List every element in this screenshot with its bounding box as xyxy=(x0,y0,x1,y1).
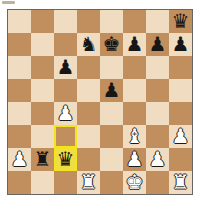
square-a1[interactable] xyxy=(8,171,31,194)
square-e1[interactable] xyxy=(100,171,123,194)
square-h5[interactable] xyxy=(169,79,192,102)
piece-black-queen-h8: ♛ xyxy=(172,10,190,33)
square-f4[interactable] xyxy=(123,102,146,125)
square-b3[interactable] xyxy=(31,125,54,148)
square-e5[interactable]: ♟ xyxy=(100,79,123,102)
square-d5[interactable] xyxy=(77,79,100,102)
piece-white-pawn-f2: ♟ xyxy=(126,148,144,171)
square-b2[interactable]: ♜ xyxy=(31,148,54,171)
square-b5[interactable] xyxy=(31,79,54,102)
square-b8[interactable] xyxy=(31,10,54,33)
piece-white-pawn-c4: ♟ xyxy=(57,102,75,125)
piece-white-pawn-h3: ♟ xyxy=(172,125,190,148)
square-a7[interactable] xyxy=(8,33,31,56)
square-f2[interactable]: ♟ xyxy=(123,148,146,171)
square-h3[interactable]: ♟ xyxy=(169,125,192,148)
piece-black-pawn-e5: ♟ xyxy=(103,79,121,102)
board-frame: ♛♞♚♟♟♟♟♟♟♝♟♟♜♛♟♟♜♚♜ xyxy=(7,9,193,195)
square-f1[interactable]: ♚ xyxy=(123,171,146,194)
square-c3[interactable] xyxy=(54,125,77,148)
piece-white-pawn-a2: ♟ xyxy=(11,148,29,171)
square-f5[interactable] xyxy=(123,79,146,102)
piece-black-pawn-f7: ♟ xyxy=(126,33,144,56)
piece-black-pawn-g7: ♟ xyxy=(149,33,167,56)
square-e6[interactable] xyxy=(100,56,123,79)
square-g2[interactable]: ♟ xyxy=(146,148,169,171)
piece-black-pawn-h7: ♟ xyxy=(172,33,190,56)
square-h6[interactable] xyxy=(169,56,192,79)
piece-black-rook-b2: ♜ xyxy=(34,148,52,171)
square-h2[interactable] xyxy=(169,148,192,171)
square-a3[interactable] xyxy=(8,125,31,148)
square-c8[interactable] xyxy=(54,10,77,33)
square-e7[interactable]: ♚ xyxy=(100,33,123,56)
piece-white-king-f1: ♚ xyxy=(126,171,144,194)
square-a8[interactable] xyxy=(8,10,31,33)
square-c4[interactable]: ♟ xyxy=(54,102,77,125)
square-b1[interactable] xyxy=(31,171,54,194)
square-g3[interactable] xyxy=(146,125,169,148)
square-c7[interactable] xyxy=(54,33,77,56)
square-f7[interactable]: ♟ xyxy=(123,33,146,56)
square-a6[interactable] xyxy=(8,56,31,79)
piece-black-queen-c2: ♛ xyxy=(57,148,75,171)
square-a2[interactable]: ♟ xyxy=(8,148,31,171)
square-f8[interactable] xyxy=(123,10,146,33)
piece-white-pawn-g2: ♟ xyxy=(149,148,167,171)
square-d3[interactable] xyxy=(77,125,100,148)
square-e8[interactable] xyxy=(100,10,123,33)
square-h7[interactable]: ♟ xyxy=(169,33,192,56)
square-c2[interactable]: ♛ xyxy=(54,148,77,171)
square-e2[interactable] xyxy=(100,148,123,171)
square-g6[interactable] xyxy=(146,56,169,79)
piece-white-bishop-f3: ♝ xyxy=(126,125,144,148)
chess-board: ♛♞♚♟♟♟♟♟♟♝♟♟♜♛♟♟♜♚♜ xyxy=(8,10,192,194)
square-a5[interactable] xyxy=(8,79,31,102)
square-d6[interactable] xyxy=(77,56,100,79)
square-e4[interactable] xyxy=(100,102,123,125)
square-d7[interactable]: ♞ xyxy=(77,33,100,56)
square-b7[interactable] xyxy=(31,33,54,56)
piece-white-rook-d1: ♜ xyxy=(80,171,98,194)
square-h8[interactable]: ♛ xyxy=(169,10,192,33)
square-h1[interactable]: ♜ xyxy=(169,171,192,194)
square-g5[interactable] xyxy=(146,79,169,102)
square-c6[interactable]: ♟ xyxy=(54,56,77,79)
square-h4[interactable] xyxy=(169,102,192,125)
square-f6[interactable] xyxy=(123,56,146,79)
square-b4[interactable] xyxy=(31,102,54,125)
piece-black-pawn-c6: ♟ xyxy=(57,56,75,79)
square-g4[interactable] xyxy=(146,102,169,125)
square-g7[interactable]: ♟ xyxy=(146,33,169,56)
square-c5[interactable] xyxy=(54,79,77,102)
square-d1[interactable]: ♜ xyxy=(77,171,100,194)
square-d2[interactable] xyxy=(77,148,100,171)
square-d8[interactable] xyxy=(77,10,100,33)
piece-black-king-e7: ♚ xyxy=(103,33,121,56)
square-f3[interactable]: ♝ xyxy=(123,125,146,148)
chess-diagram-page: ♛♞♚♟♟♟♟♟♟♝♟♟♜♛♟♟♜♚♜ xyxy=(0,0,200,200)
square-c1[interactable] xyxy=(54,171,77,194)
caption-smudge xyxy=(2,1,15,4)
square-a4[interactable] xyxy=(8,102,31,125)
piece-black-knight-d7: ♞ xyxy=(80,33,98,56)
square-g8[interactable] xyxy=(146,10,169,33)
square-g1[interactable] xyxy=(146,171,169,194)
square-b6[interactable] xyxy=(31,56,54,79)
square-d4[interactable] xyxy=(77,102,100,125)
piece-white-rook-h1: ♜ xyxy=(172,171,190,194)
square-e3[interactable] xyxy=(100,125,123,148)
